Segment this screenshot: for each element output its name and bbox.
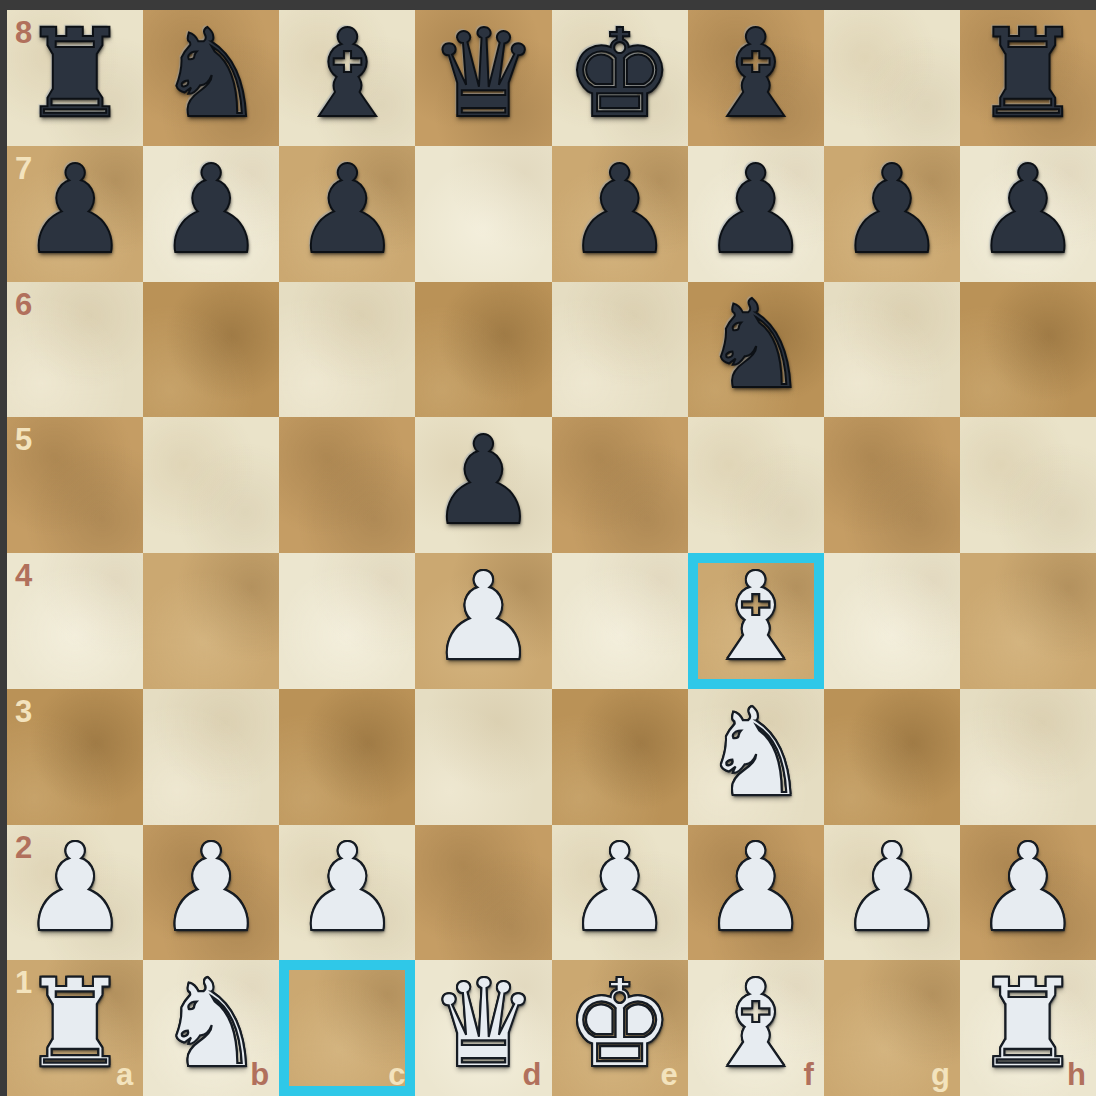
square-h2[interactable]: ♟ (960, 825, 1096, 961)
square-b2[interactable]: ♟ (143, 825, 279, 961)
square-a7[interactable]: 7♟ (7, 146, 143, 282)
rank-label-5: 5 (15, 422, 32, 458)
square-d6[interactable] (415, 282, 551, 418)
square-b4[interactable] (143, 553, 279, 689)
square-d5[interactable]: ♟ (415, 417, 551, 553)
square-h6[interactable] (960, 282, 1096, 418)
square-d7[interactable] (415, 146, 551, 282)
square-h1[interactable]: h♜ (960, 960, 1096, 1096)
piece-black-pawn[interactable]: ♟ (701, 149, 810, 271)
square-h7[interactable]: ♟ (960, 146, 1096, 282)
chess-app-window: 8♜♞♝♛♚♝♜7♟♟♟♟♟♟♟6♞5♟4♟♝3♞2♟♟♟♟♟♟♟1a♜b♞cd… (0, 0, 1096, 1096)
square-a3[interactable]: 3 (7, 689, 143, 825)
piece-black-pawn[interactable]: ♟ (157, 149, 266, 271)
square-c4[interactable] (279, 553, 415, 689)
square-d1[interactable]: d♛ (415, 960, 551, 1096)
square-h4[interactable] (960, 553, 1096, 689)
square-h8[interactable]: ♜ (960, 10, 1096, 146)
square-d4[interactable]: ♟ (415, 553, 551, 689)
square-c7[interactable]: ♟ (279, 146, 415, 282)
square-b1[interactable]: b♞ (143, 960, 279, 1096)
piece-black-queen[interactable]: ♛ (429, 13, 538, 135)
piece-black-king[interactable]: ♚ (565, 13, 674, 135)
square-e7[interactable]: ♟ (552, 146, 688, 282)
square-g2[interactable]: ♟ (824, 825, 960, 961)
piece-white-pawn[interactable]: ♟ (20, 827, 129, 949)
piece-black-knight[interactable]: ♞ (701, 284, 810, 406)
piece-white-pawn[interactable]: ♟ (837, 827, 946, 949)
piece-white-king[interactable]: ♚ (565, 963, 674, 1085)
piece-black-rook[interactable]: ♜ (973, 13, 1082, 135)
square-f6[interactable]: ♞ (688, 282, 824, 418)
square-e2[interactable]: ♟ (552, 825, 688, 961)
piece-white-pawn[interactable]: ♟ (293, 827, 402, 949)
square-c8[interactable]: ♝ (279, 10, 415, 146)
square-e3[interactable] (552, 689, 688, 825)
file-label-g: g (931, 1057, 950, 1093)
square-c3[interactable] (279, 689, 415, 825)
square-d8[interactable]: ♛ (415, 10, 551, 146)
piece-black-pawn[interactable]: ♟ (20, 149, 129, 271)
square-f4[interactable]: ♝ (688, 553, 824, 689)
square-c1[interactable]: c (279, 960, 415, 1096)
square-b7[interactable]: ♟ (143, 146, 279, 282)
square-f3[interactable]: ♞ (688, 689, 824, 825)
square-h3[interactable] (960, 689, 1096, 825)
piece-white-knight[interactable]: ♞ (701, 692, 810, 814)
square-e6[interactable] (552, 282, 688, 418)
square-d2[interactable] (415, 825, 551, 961)
piece-black-pawn[interactable]: ♟ (973, 149, 1082, 271)
square-g1[interactable]: g (824, 960, 960, 1096)
square-g8[interactable] (824, 10, 960, 146)
square-g5[interactable] (824, 417, 960, 553)
square-f1[interactable]: f♝ (688, 960, 824, 1096)
square-g6[interactable] (824, 282, 960, 418)
piece-black-pawn[interactable]: ♟ (293, 149, 402, 271)
square-a4[interactable]: 4 (7, 553, 143, 689)
piece-white-pawn[interactable]: ♟ (429, 556, 538, 678)
square-b5[interactable] (143, 417, 279, 553)
file-label-c: c (388, 1057, 405, 1093)
square-g3[interactable] (824, 689, 960, 825)
piece-white-pawn[interactable]: ♟ (701, 827, 810, 949)
square-d3[interactable] (415, 689, 551, 825)
piece-white-pawn[interactable]: ♟ (157, 827, 266, 949)
square-g4[interactable] (824, 553, 960, 689)
piece-white-bishop[interactable]: ♝ (701, 556, 810, 678)
square-f5[interactable] (688, 417, 824, 553)
piece-black-rook[interactable]: ♜ (20, 13, 129, 135)
piece-black-pawn[interactable]: ♟ (837, 149, 946, 271)
piece-black-pawn[interactable]: ♟ (565, 149, 674, 271)
square-f2[interactable]: ♟ (688, 825, 824, 961)
piece-white-knight[interactable]: ♞ (157, 963, 266, 1085)
rank-label-3: 3 (15, 694, 32, 730)
square-a6[interactable]: 6 (7, 282, 143, 418)
square-a2[interactable]: 2♟ (7, 825, 143, 961)
piece-white-rook[interactable]: ♜ (20, 963, 129, 1085)
square-e1[interactable]: e♚ (552, 960, 688, 1096)
square-c6[interactable] (279, 282, 415, 418)
square-b6[interactable] (143, 282, 279, 418)
piece-black-pawn[interactable]: ♟ (429, 420, 538, 542)
square-c5[interactable] (279, 417, 415, 553)
square-b3[interactable] (143, 689, 279, 825)
square-e4[interactable] (552, 553, 688, 689)
square-h5[interactable] (960, 417, 1096, 553)
piece-white-pawn[interactable]: ♟ (973, 827, 1082, 949)
piece-black-bishop[interactable]: ♝ (701, 13, 810, 135)
square-f7[interactable]: ♟ (688, 146, 824, 282)
square-f8[interactable]: ♝ (688, 10, 824, 146)
square-e5[interactable] (552, 417, 688, 553)
rank-label-4: 4 (15, 558, 32, 594)
piece-black-bishop[interactable]: ♝ (293, 13, 402, 135)
chess-board: 8♜♞♝♛♚♝♜7♟♟♟♟♟♟♟6♞5♟4♟♝3♞2♟♟♟♟♟♟♟1a♜b♞cd… (7, 10, 1096, 1096)
square-a8[interactable]: 8♜ (7, 10, 143, 146)
piece-black-knight[interactable]: ♞ (157, 13, 266, 135)
square-a5[interactable]: 5 (7, 417, 143, 553)
square-b8[interactable]: ♞ (143, 10, 279, 146)
piece-white-pawn[interactable]: ♟ (565, 827, 674, 949)
piece-white-queen[interactable]: ♛ (429, 963, 538, 1085)
rank-label-6: 6 (15, 287, 32, 323)
piece-white-bishop[interactable]: ♝ (701, 963, 810, 1085)
square-a1[interactable]: 1a♜ (7, 960, 143, 1096)
square-g7[interactable]: ♟ (824, 146, 960, 282)
square-c2[interactable]: ♟ (279, 825, 415, 961)
piece-white-rook[interactable]: ♜ (973, 963, 1082, 1085)
square-e8[interactable]: ♚ (552, 10, 688, 146)
